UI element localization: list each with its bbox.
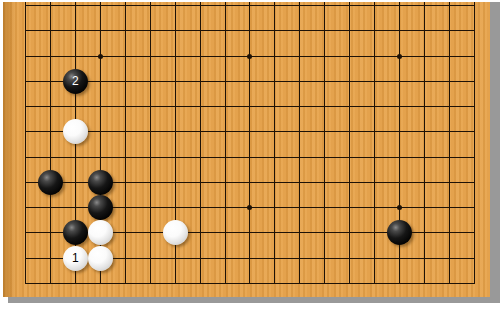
star-point — [397, 205, 402, 210]
grid-line-vertical — [349, 2, 350, 284]
grid-line-horizontal — [25, 106, 475, 107]
star-point — [247, 205, 252, 210]
grid-line-horizontal — [25, 157, 475, 158]
grid-line-vertical — [374, 2, 375, 284]
grid-line-vertical — [274, 2, 275, 284]
black-stone — [387, 220, 412, 245]
grid-line-horizontal — [25, 131, 475, 132]
white-stone — [88, 220, 113, 245]
grid-line-vertical — [249, 2, 250, 284]
white-stone — [88, 246, 113, 271]
grid-line-vertical — [225, 2, 226, 284]
grid-line-vertical — [25, 2, 26, 284]
go-diagram: 21 — [0, 0, 500, 310]
grid-line-vertical — [299, 2, 300, 284]
grid-line-horizontal — [25, 30, 475, 31]
white-stone — [63, 119, 88, 144]
grid-line-horizontal — [25, 81, 475, 82]
star-point — [247, 54, 252, 59]
white-stone — [163, 220, 188, 245]
grid-line-vertical — [324, 2, 325, 284]
grid-line-vertical — [424, 2, 425, 284]
board-shadow-bottom — [8, 297, 500, 303]
grid-line-vertical — [449, 2, 450, 284]
star-point — [98, 54, 103, 59]
grid-line-vertical — [50, 2, 51, 284]
grid-line-vertical — [125, 2, 126, 284]
stone-move-number: 2 — [72, 75, 79, 87]
grid-line-horizontal — [25, 283, 475, 284]
board-shadow-right — [490, 2, 500, 303]
grid-line-vertical — [150, 2, 151, 284]
grid-line-vertical — [474, 2, 475, 284]
grid-line-vertical — [200, 2, 201, 284]
board-edge-shading — [3, 2, 16, 297]
black-stone — [38, 170, 63, 195]
black-stone — [88, 195, 113, 220]
stone-move-number: 1 — [72, 252, 79, 264]
white-stone: 1 — [63, 246, 88, 271]
black-stone — [88, 170, 113, 195]
star-point — [397, 54, 402, 59]
black-stone — [63, 220, 88, 245]
black-stone: 2 — [63, 69, 88, 94]
grid-line-horizontal — [25, 5, 475, 6]
go-board[interactable]: 21 — [3, 2, 490, 297]
